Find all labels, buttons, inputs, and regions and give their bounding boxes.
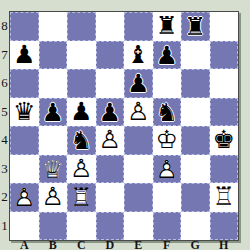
square-b5[interactable]: ♟ (39, 98, 68, 127)
square-h2[interactable]: ♜♖ (210, 183, 239, 212)
rank-label-6: 6 (0, 69, 9, 98)
black-king-glyph: ♚ (210, 126, 239, 155)
white-pawn[interactable]: ♟♙ (154, 156, 181, 183)
black-rook-glyph: ♜ (182, 13, 209, 40)
square-f1[interactable] (153, 212, 182, 241)
white-pawn-outline: ♙ (154, 156, 181, 183)
square-g2[interactable] (181, 183, 210, 212)
rank-label-7: 7 (0, 41, 9, 70)
square-e8[interactable] (124, 12, 153, 41)
square-d6[interactable] (96, 69, 125, 98)
square-a4[interactable] (10, 126, 39, 155)
white-king-outline: ♔ (153, 126, 182, 155)
square-d4[interactable]: ♟♙ (96, 126, 125, 155)
square-e3[interactable] (124, 155, 153, 184)
rank-label-2: 2 (0, 183, 9, 212)
white-pawn-outline: ♙ (124, 98, 153, 127)
square-f5[interactable]: ♞ (153, 98, 182, 127)
square-c2[interactable]: ♜♖ (67, 183, 96, 212)
board-frame: ♜♜♟♝♟♟♛♟♟♟♟♙♞♞♟♙♚♔♚♛♕♟♙♟♙♟♙♟♙♜♖♜♖ (9, 11, 239, 241)
file-label-g: G (181, 238, 210, 250)
file-labels-row: ABCDEFGH (10, 238, 238, 250)
square-h1[interactable] (210, 212, 239, 241)
square-e5[interactable]: ♟♙ (124, 98, 153, 127)
square-g3[interactable] (181, 155, 210, 184)
black-knight-glyph: ♞ (68, 127, 95, 154)
black-pawn-glyph: ♟ (97, 99, 124, 126)
black-queen-glyph: ♛ (10, 98, 39, 127)
chess-board: ♜♜♟♝♟♟♛♟♟♟♟♙♞♞♟♙♚♔♚♛♕♟♙♟♙♟♙♟♙♜♖♜♖ (10, 12, 238, 240)
square-f8[interactable]: ♜ (153, 12, 182, 41)
white-rook[interactable]: ♜♖ (210, 183, 239, 212)
black-pawn[interactable]: ♟ (125, 70, 152, 97)
rank-labels-column: 87654321 (0, 12, 9, 240)
black-bishop-glyph: ♝ (124, 41, 153, 70)
square-e6[interactable]: ♟ (124, 69, 153, 98)
square-h7[interactable] (210, 41, 239, 70)
square-h8[interactable] (210, 12, 239, 41)
rank-label-5: 5 (0, 98, 9, 127)
file-label-a: A (10, 238, 39, 250)
square-c5[interactable]: ♟ (67, 98, 96, 127)
black-king[interactable]: ♚ (210, 126, 239, 155)
square-d1[interactable] (96, 212, 125, 241)
square-f4[interactable]: ♚♔ (153, 126, 182, 155)
square-g8[interactable]: ♜ (181, 12, 210, 41)
file-label-f: F (153, 238, 182, 250)
square-b6[interactable] (39, 69, 68, 98)
white-pawn-outline: ♙ (67, 155, 96, 184)
black-pawn[interactable]: ♟ (154, 42, 181, 69)
square-g1[interactable] (181, 212, 210, 241)
black-rook[interactable]: ♜ (182, 13, 209, 40)
square-c7[interactable] (67, 41, 96, 70)
white-rook[interactable]: ♜♖ (68, 184, 95, 211)
square-d8[interactable] (96, 12, 125, 41)
white-rook-outline: ♖ (210, 183, 239, 212)
square-g7[interactable] (181, 41, 210, 70)
square-d5[interactable]: ♟ (96, 98, 125, 127)
square-a6[interactable] (10, 69, 39, 98)
square-f7[interactable]: ♟ (153, 41, 182, 70)
white-rook-outline: ♖ (68, 184, 95, 211)
white-queen-outline: ♕ (40, 156, 67, 183)
square-d2[interactable] (96, 183, 125, 212)
black-pawn[interactable]: ♟ (40, 99, 67, 126)
square-h4[interactable]: ♚ (210, 126, 239, 155)
black-queen[interactable]: ♛ (10, 98, 39, 127)
square-b8[interactable] (39, 12, 68, 41)
square-e7[interactable]: ♝ (124, 41, 153, 70)
file-label-c: C (67, 238, 96, 250)
rank-label-8: 8 (0, 12, 9, 41)
rank-label-4: 4 (0, 126, 9, 155)
square-a1[interactable] (10, 212, 39, 241)
white-pawn[interactable]: ♟♙ (67, 155, 96, 184)
white-pawn[interactable]: ♟♙ (39, 183, 68, 212)
rank-label-3: 3 (0, 155, 9, 184)
square-b3[interactable]: ♛♕ (39, 155, 68, 184)
square-h6[interactable] (210, 69, 239, 98)
square-c8[interactable] (67, 12, 96, 41)
white-pawn[interactable]: ♟♙ (96, 126, 125, 155)
square-d7[interactable] (96, 41, 125, 70)
square-e4[interactable] (124, 126, 153, 155)
black-pawn-glyph: ♟ (40, 99, 67, 126)
black-pawn[interactable]: ♟ (97, 99, 124, 126)
square-b2[interactable]: ♟♙ (39, 183, 68, 212)
square-b1[interactable] (39, 212, 68, 241)
square-g4[interactable] (181, 126, 210, 155)
chess-app-window: { "game": "chess", "position": { "fen": … (0, 0, 250, 250)
black-rook[interactable]: ♜ (153, 12, 182, 41)
rank-label-1: 1 (0, 212, 9, 241)
file-label-b: B (39, 238, 68, 250)
black-pawn-glyph: ♟ (154, 42, 181, 69)
square-g6[interactable] (181, 69, 210, 98)
square-e2[interactable] (124, 183, 153, 212)
square-h3[interactable] (210, 155, 239, 184)
square-f6[interactable] (153, 69, 182, 98)
square-h5[interactable] (210, 98, 239, 127)
square-c6[interactable] (67, 69, 96, 98)
black-pawn-glyph: ♟ (125, 70, 152, 97)
square-f3[interactable]: ♟♙ (153, 155, 182, 184)
square-d3[interactable] (96, 155, 125, 184)
square-b4[interactable] (39, 126, 68, 155)
square-c3[interactable]: ♟♙ (67, 155, 96, 184)
black-pawn-glyph: ♟ (10, 41, 39, 70)
white-pawn-outline: ♙ (11, 184, 38, 211)
square-c4[interactable]: ♞ (67, 126, 96, 155)
black-knight[interactable]: ♞ (68, 127, 95, 154)
square-g5[interactable] (181, 98, 210, 127)
file-label-h: H (210, 238, 239, 250)
black-knight-glyph: ♞ (154, 99, 181, 126)
square-a5[interactable]: ♛ (10, 98, 39, 127)
black-pawn[interactable]: ♟ (10, 41, 39, 70)
square-f2[interactable] (153, 183, 182, 212)
file-label-e: E (124, 238, 153, 250)
black-bishop[interactable]: ♝ (124, 41, 153, 70)
square-a2[interactable]: ♟♙ (10, 183, 39, 212)
white-pawn[interactable]: ♟♙ (124, 98, 153, 127)
white-pawn-outline: ♙ (96, 126, 125, 155)
white-king[interactable]: ♚♔ (153, 126, 182, 155)
square-a3[interactable] (10, 155, 39, 184)
white-queen[interactable]: ♛♕ (40, 156, 67, 183)
square-c1[interactable] (67, 212, 96, 241)
black-pawn-glyph: ♟ (67, 98, 96, 127)
file-label-d: D (96, 238, 125, 250)
black-pawn[interactable]: ♟ (67, 98, 96, 127)
square-e1[interactable] (124, 212, 153, 241)
square-b7[interactable] (39, 41, 68, 70)
square-a7[interactable]: ♟ (10, 41, 39, 70)
black-rook-glyph: ♜ (153, 12, 182, 41)
square-a8[interactable] (10, 12, 39, 41)
black-knight[interactable]: ♞ (154, 99, 181, 126)
white-pawn[interactable]: ♟♙ (11, 184, 38, 211)
white-pawn-outline: ♙ (39, 183, 68, 212)
